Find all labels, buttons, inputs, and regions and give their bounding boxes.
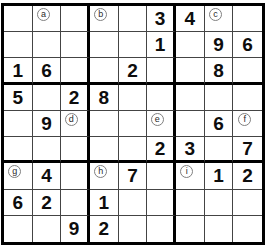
cell-r6c5	[119, 137, 148, 163]
cell-r9c3: 9	[61, 216, 90, 242]
cell-r5c2: 9	[33, 111, 62, 137]
cell-r1c5	[119, 6, 148, 32]
cell-r5c6: e	[147, 111, 176, 137]
cell-r2c4	[90, 32, 119, 58]
cell-r3c9	[233, 58, 262, 84]
cell-r8c4: 1	[90, 190, 119, 216]
cell-r9c1	[4, 216, 33, 242]
digit-r8c4: 1	[99, 193, 110, 212]
cell-r1c1	[4, 6, 33, 32]
cell-r4c7	[176, 85, 205, 111]
cell-r1c4: b	[90, 6, 119, 32]
sudoku-page: ab34c19616285289de6f237g4h7i1262192	[0, 0, 266, 247]
cell-r7c9: 2	[233, 163, 262, 189]
cell-r5c5	[119, 111, 148, 137]
digit-r3c1: 1	[13, 61, 24, 80]
cell-r6c4	[90, 137, 119, 163]
cell-r9c9	[233, 216, 262, 242]
cell-r2c5	[119, 32, 148, 58]
digit-r5c2: 9	[41, 114, 52, 133]
digit-r1c7: 4	[185, 9, 196, 28]
cell-label-f: f	[238, 113, 251, 126]
cell-r8c9	[233, 190, 262, 216]
digit-r6c7: 3	[185, 139, 196, 158]
cell-r3c4	[90, 58, 119, 84]
digit-r2c9: 6	[242, 35, 253, 54]
digit-r1c6: 3	[155, 9, 166, 28]
digit-r8c2: 2	[41, 193, 52, 212]
cell-r9c5	[119, 216, 148, 242]
digit-r9c3: 9	[69, 219, 80, 238]
cell-r4c3: 2	[61, 85, 90, 111]
cell-r9c8	[205, 216, 234, 242]
digit-r7c5: 7	[127, 166, 138, 185]
digit-r4c3: 2	[69, 88, 80, 107]
digit-r6c6: 2	[155, 139, 166, 158]
cell-r1c6: 3	[147, 6, 176, 32]
cell-r2c2	[33, 32, 62, 58]
cell-r6c2	[33, 137, 62, 163]
cell-label-c: c	[209, 8, 222, 21]
digit-r7c9: 2	[242, 166, 253, 185]
cell-r8c5	[119, 190, 148, 216]
cell-r1c8: c	[205, 6, 234, 32]
cell-r3c3	[61, 58, 90, 84]
cell-r1c3	[61, 6, 90, 32]
cell-r5c9: f	[233, 111, 262, 137]
cell-r5c4	[90, 111, 119, 137]
cell-r3c8: 8	[205, 58, 234, 84]
digit-r4c1: 5	[13, 88, 24, 107]
cell-r7c1: g	[4, 163, 33, 189]
sudoku-board: ab34c19616285289de6f237g4h7i1262192	[1, 3, 265, 245]
cell-r4c2	[33, 85, 62, 111]
cell-r8c7	[176, 190, 205, 216]
cell-r8c3	[61, 190, 90, 216]
cell-r8c1: 6	[4, 190, 33, 216]
cell-label-e: e	[151, 113, 164, 126]
digit-r5c8: 6	[213, 114, 224, 133]
cell-r2c9: 6	[233, 32, 262, 58]
cell-r4c6	[147, 85, 176, 111]
cell-label-d: d	[65, 113, 78, 126]
digit-r3c8: 8	[213, 61, 224, 80]
cell-r5c8: 6	[205, 111, 234, 137]
cell-r9c2	[33, 216, 62, 242]
cell-r2c8: 9	[205, 32, 234, 58]
cell-label-h: h	[94, 165, 107, 178]
digit-r8c1: 6	[13, 193, 24, 212]
cell-r8c6	[147, 190, 176, 216]
digit-r7c8: 1	[213, 166, 224, 185]
digit-r9c4: 2	[99, 219, 110, 238]
cell-r1c9	[233, 6, 262, 32]
digit-r7c2: 4	[41, 166, 52, 185]
cell-r5c1	[4, 111, 33, 137]
cell-r6c7: 3	[176, 137, 205, 163]
digit-r2c8: 9	[213, 35, 224, 54]
cell-r7c3	[61, 163, 90, 189]
cell-label-a: a	[37, 8, 50, 21]
cell-r3c2: 6	[33, 58, 62, 84]
cell-r9c4: 2	[90, 216, 119, 242]
cell-r2c6: 1	[147, 32, 176, 58]
cell-r9c7	[176, 216, 205, 242]
cell-r3c6	[147, 58, 176, 84]
cell-r7c2: 4	[33, 163, 62, 189]
cell-r2c7	[176, 32, 205, 58]
digit-r3c2: 6	[41, 61, 52, 80]
cell-r7c6	[147, 163, 176, 189]
cell-r7c8: 1	[205, 163, 234, 189]
digit-r6c9: 7	[242, 139, 253, 158]
cell-r3c5: 2	[119, 58, 148, 84]
cell-r4c8	[205, 85, 234, 111]
digit-r4c4: 8	[99, 88, 110, 107]
cell-r3c1: 1	[4, 58, 33, 84]
cell-r7c7: i	[176, 163, 205, 189]
cell-r8c2: 2	[33, 190, 62, 216]
cell-r4c1: 5	[4, 85, 33, 111]
cell-r4c5	[119, 85, 148, 111]
cell-r2c1	[4, 32, 33, 58]
cell-label-b: b	[94, 8, 107, 21]
cell-r6c1	[4, 137, 33, 163]
cell-r8c8	[205, 190, 234, 216]
cell-label-g: g	[8, 165, 21, 178]
cell-r9c6	[147, 216, 176, 242]
cell-label-i: i	[180, 165, 193, 178]
cell-r1c7: 4	[176, 6, 205, 32]
cell-r6c9: 7	[233, 137, 262, 163]
cell-r1c2: a	[33, 6, 62, 32]
cell-r6c6: 2	[147, 137, 176, 163]
cell-r3c7	[176, 58, 205, 84]
cell-r4c9	[233, 85, 262, 111]
cell-r6c8	[205, 137, 234, 163]
cell-r4c4: 8	[90, 85, 119, 111]
digit-r3c5: 2	[127, 61, 138, 80]
cell-r7c4: h	[90, 163, 119, 189]
cell-r5c3: d	[61, 111, 90, 137]
digit-r2c6: 1	[155, 35, 166, 54]
cell-r2c3	[61, 32, 90, 58]
cell-r7c5: 7	[119, 163, 148, 189]
cell-r6c3	[61, 137, 90, 163]
cell-r5c7	[176, 111, 205, 137]
